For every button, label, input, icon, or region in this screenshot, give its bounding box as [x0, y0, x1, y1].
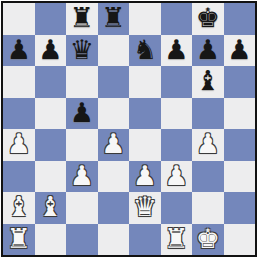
square-e3[interactable]: ♟ [129, 161, 161, 193]
square-f8[interactable] [161, 3, 193, 35]
square-b3[interactable] [35, 161, 67, 193]
square-d1[interactable] [98, 224, 130, 256]
square-c5[interactable]: ♟ [66, 98, 98, 130]
black-bishop[interactable]: ♝ [196, 67, 220, 94]
board-frame: ♜♜♚♟♟♛♞♟♟♟♝♟♟♟♟♟♟♟♝♝♛♜♜♚ [1, 1, 257, 257]
square-a3[interactable] [3, 161, 35, 193]
black-rook[interactable]: ♜ [101, 4, 125, 31]
white-pawn[interactable]: ♟ [133, 162, 157, 189]
square-d6[interactable] [98, 66, 130, 98]
square-e6[interactable] [129, 66, 161, 98]
square-c6[interactable] [66, 66, 98, 98]
square-a1[interactable]: ♜ [3, 224, 35, 256]
black-pawn[interactable]: ♟ [196, 36, 220, 63]
square-g4[interactable]: ♟ [192, 129, 224, 161]
square-d2[interactable] [98, 192, 130, 224]
square-h7[interactable]: ♟ [224, 35, 256, 67]
square-a8[interactable] [3, 3, 35, 35]
square-e7[interactable]: ♞ [129, 35, 161, 67]
square-c8[interactable]: ♜ [66, 3, 98, 35]
square-e5[interactable] [129, 98, 161, 130]
square-d8[interactable]: ♜ [98, 3, 130, 35]
square-f6[interactable] [161, 66, 193, 98]
black-king[interactable]: ♚ [196, 4, 220, 31]
chess-board-screenshot: ♜♜♚♟♟♛♞♟♟♟♝♟♟♟♟♟♟♟♝♝♛♜♜♚ [0, 0, 258, 258]
white-rook[interactable]: ♜ [7, 225, 31, 252]
square-h2[interactable] [224, 192, 256, 224]
square-e4[interactable] [129, 129, 161, 161]
square-d3[interactable] [98, 161, 130, 193]
square-f2[interactable] [161, 192, 193, 224]
white-pawn[interactable]: ♟ [70, 162, 94, 189]
white-king[interactable]: ♚ [196, 225, 220, 252]
square-h5[interactable] [224, 98, 256, 130]
square-c1[interactable] [66, 224, 98, 256]
square-b5[interactable] [35, 98, 67, 130]
black-pawn[interactable]: ♟ [164, 36, 188, 63]
square-c4[interactable] [66, 129, 98, 161]
black-rook[interactable]: ♜ [70, 4, 94, 31]
white-bishop[interactable]: ♝ [7, 193, 31, 220]
square-g1[interactable]: ♚ [192, 224, 224, 256]
white-bishop[interactable]: ♝ [38, 193, 62, 220]
square-e2[interactable]: ♛ [129, 192, 161, 224]
square-b8[interactable] [35, 3, 67, 35]
white-pawn[interactable]: ♟ [7, 130, 31, 157]
black-pawn[interactable]: ♟ [38, 36, 62, 63]
square-h1[interactable] [224, 224, 256, 256]
black-pawn[interactable]: ♟ [227, 36, 251, 63]
black-pawn[interactable]: ♟ [70, 99, 94, 126]
square-g6[interactable]: ♝ [192, 66, 224, 98]
square-e1[interactable] [129, 224, 161, 256]
square-d4[interactable]: ♟ [98, 129, 130, 161]
square-g3[interactable] [192, 161, 224, 193]
square-c3[interactable]: ♟ [66, 161, 98, 193]
square-f5[interactable] [161, 98, 193, 130]
black-pawn[interactable]: ♟ [7, 36, 31, 63]
square-b1[interactable] [35, 224, 67, 256]
square-e8[interactable] [129, 3, 161, 35]
square-g5[interactable] [192, 98, 224, 130]
square-h4[interactable] [224, 129, 256, 161]
square-a5[interactable] [3, 98, 35, 130]
square-f1[interactable]: ♜ [161, 224, 193, 256]
square-g2[interactable] [192, 192, 224, 224]
square-g8[interactable]: ♚ [192, 3, 224, 35]
square-f3[interactable]: ♟ [161, 161, 193, 193]
square-f7[interactable]: ♟ [161, 35, 193, 67]
square-a6[interactable] [3, 66, 35, 98]
square-d5[interactable] [98, 98, 130, 130]
black-queen[interactable]: ♛ [70, 36, 94, 63]
square-b6[interactable] [35, 66, 67, 98]
square-c7[interactable]: ♛ [66, 35, 98, 67]
white-pawn[interactable]: ♟ [196, 130, 220, 157]
square-b7[interactable]: ♟ [35, 35, 67, 67]
white-rook[interactable]: ♜ [164, 225, 188, 252]
square-c2[interactable] [66, 192, 98, 224]
white-queen[interactable]: ♛ [133, 193, 157, 220]
chess-board: ♜♜♚♟♟♛♞♟♟♟♝♟♟♟♟♟♟♟♝♝♛♜♜♚ [3, 3, 255, 255]
square-b4[interactable] [35, 129, 67, 161]
square-d7[interactable] [98, 35, 130, 67]
square-h6[interactable] [224, 66, 256, 98]
square-f4[interactable] [161, 129, 193, 161]
square-a2[interactable]: ♝ [3, 192, 35, 224]
square-h8[interactable] [224, 3, 256, 35]
square-h3[interactable] [224, 161, 256, 193]
square-b2[interactable]: ♝ [35, 192, 67, 224]
square-a4[interactable]: ♟ [3, 129, 35, 161]
white-pawn[interactable]: ♟ [164, 162, 188, 189]
white-pawn[interactable]: ♟ [101, 130, 125, 157]
black-knight[interactable]: ♞ [133, 36, 157, 63]
square-g7[interactable]: ♟ [192, 35, 224, 67]
square-a7[interactable]: ♟ [3, 35, 35, 67]
